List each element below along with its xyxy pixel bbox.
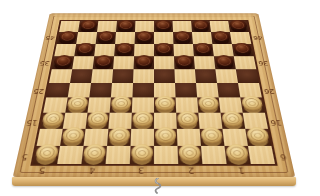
checkers-board: 55641516325262353614546 (13, 13, 296, 177)
square-number-label: 4 (84, 166, 99, 173)
light-checker-piece[interactable] (34, 144, 59, 161)
board-square[interactable] (214, 56, 236, 69)
square-number-label: 46 (251, 35, 264, 39)
board-square[interactable] (110, 97, 133, 112)
board-square (176, 97, 199, 112)
light-checker-piece[interactable] (178, 144, 201, 161)
dark-checker-piece[interactable] (229, 20, 248, 30)
dark-checker-piece[interactable] (174, 31, 193, 42)
light-checker-piece[interactable] (82, 144, 106, 161)
square-number-label: 1 (234, 166, 249, 173)
dark-checker-piece[interactable] (79, 20, 98, 30)
board-square[interactable] (228, 21, 249, 32)
board-square[interactable] (65, 97, 89, 112)
light-checker-piece[interactable] (198, 96, 220, 110)
board-square (194, 56, 215, 69)
board-square (84, 129, 109, 146)
light-checker-piece[interactable] (200, 127, 223, 143)
board-square (91, 69, 113, 83)
board-square (243, 113, 268, 129)
light-checker-piece[interactable] (155, 127, 177, 143)
board-square[interactable] (221, 113, 246, 129)
square-number-label: 5 (34, 166, 49, 173)
light-checker-piece[interactable] (131, 144, 154, 161)
dark-checker-piece[interactable] (155, 43, 174, 55)
board-square[interactable] (57, 32, 78, 44)
board-square[interactable] (46, 83, 70, 97)
square-number-label: 3 (134, 166, 148, 173)
board-square (43, 97, 68, 112)
board-square (154, 146, 178, 164)
board-square (198, 113, 222, 129)
board-square (49, 69, 72, 83)
board-square (234, 56, 257, 69)
board-square[interactable] (107, 129, 131, 146)
dark-checker-piece[interactable] (58, 31, 78, 42)
board-square[interactable] (236, 69, 259, 83)
board-square (201, 146, 227, 164)
board-square (113, 56, 134, 69)
board-square[interactable] (116, 21, 135, 32)
board-square[interactable] (197, 97, 220, 112)
dark-checker-piece[interactable] (192, 20, 211, 30)
board-square[interactable] (52, 56, 75, 69)
board-square (106, 146, 131, 164)
square-number-label: 16 (268, 118, 283, 124)
dark-checker-piece[interactable] (193, 43, 213, 55)
light-checker-piece[interactable] (66, 96, 88, 110)
dark-checker-piece[interactable] (174, 55, 194, 67)
light-checker-piece[interactable] (61, 127, 85, 143)
board-square[interactable] (154, 129, 177, 146)
square-number-label: 15 (25, 118, 40, 124)
square-number-label: 6 (275, 153, 291, 160)
light-checker-piece[interactable] (110, 96, 131, 110)
light-checker-piece[interactable] (225, 144, 250, 161)
board-square[interactable] (195, 69, 217, 83)
dark-checker-piece[interactable] (75, 43, 95, 55)
board-square[interactable] (135, 32, 154, 44)
square-number-label: 45 (44, 35, 57, 39)
board-square[interactable] (154, 44, 174, 56)
dark-checker-piece[interactable] (211, 31, 231, 42)
board-square[interactable] (175, 83, 197, 97)
dark-checker-piece[interactable] (155, 20, 173, 30)
board-square (37, 129, 63, 146)
board-square (132, 97, 154, 112)
board-square[interactable] (245, 129, 271, 146)
board-square[interactable] (132, 83, 154, 97)
board-square[interactable] (224, 146, 250, 164)
board-square[interactable] (78, 21, 98, 32)
board-square[interactable] (177, 146, 202, 164)
board-square[interactable] (60, 129, 86, 146)
board-square (219, 97, 243, 112)
board-square (215, 69, 238, 83)
board-square[interactable] (217, 83, 240, 97)
dark-checker-piece[interactable] (135, 31, 153, 42)
board-square (57, 146, 83, 164)
board-square[interactable] (131, 113, 154, 129)
light-checker-piece[interactable] (177, 111, 199, 126)
board-square[interactable] (154, 21, 173, 32)
board-square[interactable] (176, 113, 199, 129)
light-checker-piece[interactable] (246, 127, 271, 143)
board-square[interactable] (154, 97, 176, 112)
board-square (174, 69, 196, 83)
dark-checker-piece[interactable] (214, 55, 235, 67)
light-checker-piece[interactable] (41, 111, 65, 126)
board-square[interactable] (86, 113, 110, 129)
board-square (72, 56, 94, 69)
dark-checker-piece[interactable] (134, 55, 153, 67)
dark-checker-piece[interactable] (117, 20, 135, 30)
board-square[interactable] (134, 56, 154, 69)
square-number-label: 2 (184, 166, 198, 173)
light-checker-piece[interactable] (241, 96, 264, 110)
dark-checker-piece[interactable] (232, 43, 253, 55)
board-square[interactable] (114, 44, 134, 56)
board-square (87, 97, 110, 112)
board-square (154, 56, 174, 69)
square-number-label: 36 (256, 60, 270, 65)
board-playing-area (30, 20, 277, 166)
board-square (154, 113, 177, 129)
light-checker-piece[interactable] (87, 111, 110, 126)
light-checker-piece[interactable] (221, 111, 244, 126)
board-square[interactable] (232, 44, 254, 56)
board-square (222, 129, 248, 146)
board-square[interactable] (193, 44, 214, 56)
dark-checker-piece[interactable] (93, 55, 113, 67)
board-square[interactable] (130, 146, 154, 164)
square-number-label: 5 (17, 153, 33, 160)
dark-checker-piece[interactable] (53, 55, 74, 67)
photo-background: 55641516325262353614546 (0, 0, 320, 196)
board-square[interactable] (40, 113, 65, 129)
dark-checker-piece[interactable] (115, 43, 134, 55)
board-square (248, 146, 275, 164)
board-square[interactable] (154, 69, 175, 83)
board-square[interactable] (211, 32, 232, 44)
board-square[interactable] (89, 83, 112, 97)
board-square[interactable] (74, 44, 95, 56)
board-square[interactable] (70, 69, 93, 83)
dark-checker-piece[interactable] (96, 31, 115, 42)
light-checker-piece[interactable] (155, 96, 176, 110)
square-number-label: 35 (38, 60, 52, 65)
board-square[interactable] (174, 56, 195, 69)
board-square (63, 113, 88, 129)
board-square (108, 113, 131, 129)
board-square[interactable] (191, 21, 211, 32)
board-square[interactable] (33, 146, 60, 164)
light-checker-piece[interactable] (108, 127, 131, 143)
board-square (131, 129, 154, 146)
board-square[interactable] (112, 69, 134, 83)
board-square[interactable] (96, 32, 116, 44)
board-square[interactable] (81, 146, 107, 164)
square-number-label: 26 (262, 88, 276, 94)
board-square (177, 129, 201, 146)
latch-hook-icon (151, 178, 165, 194)
board-square[interactable] (93, 56, 114, 69)
light-checker-piece[interactable] (132, 111, 153, 126)
board-square[interactable] (240, 97, 265, 112)
board-square[interactable] (200, 129, 225, 146)
board-square[interactable] (173, 32, 193, 44)
square-number-label: 25 (32, 88, 46, 94)
board-square (133, 69, 154, 83)
